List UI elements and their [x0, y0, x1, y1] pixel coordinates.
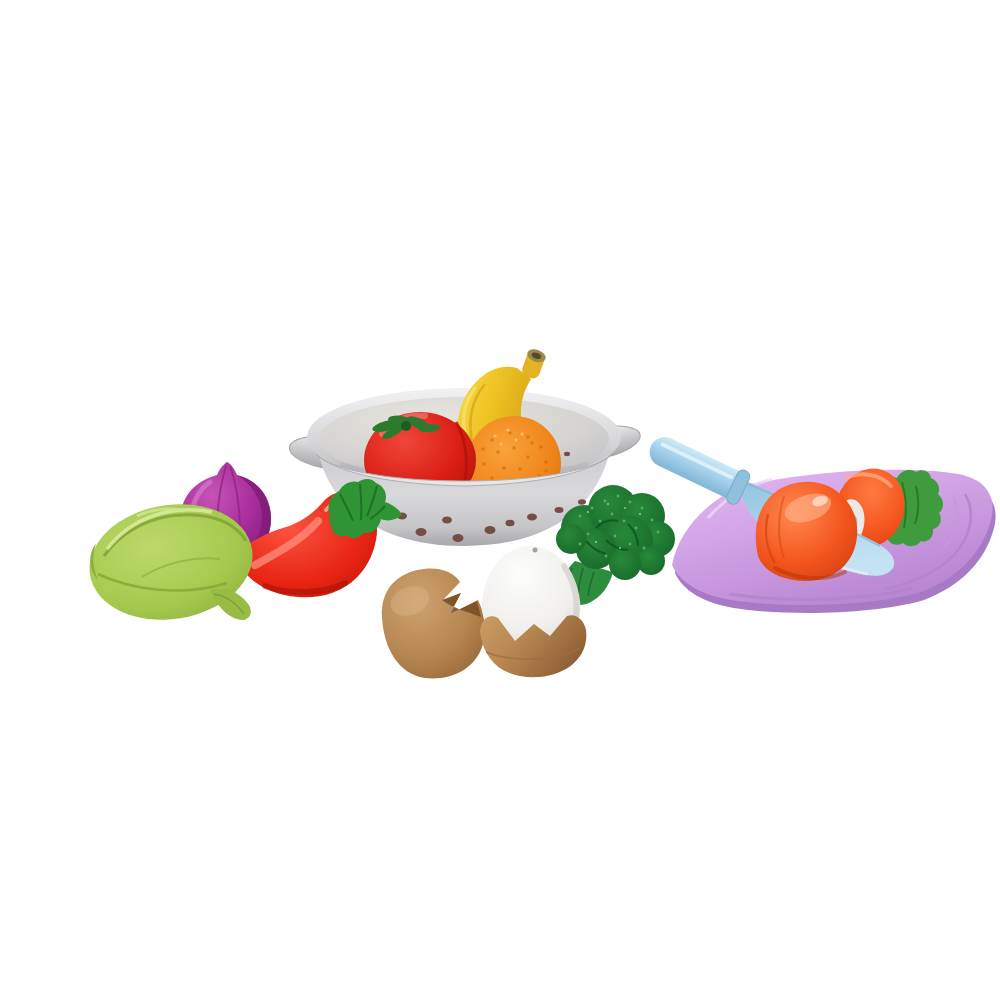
egg-top-dot: [533, 548, 538, 553]
toy-food-set-photo: [40, 16, 1000, 1000]
egg-in-shell: [480, 546, 586, 677]
eggshell-body: [382, 569, 485, 679]
eggshell-half: [382, 569, 485, 679]
carrot-front-piece: [756, 482, 857, 581]
colander-interior-hole: [564, 452, 570, 456]
scene-canvas: [40, 16, 1000, 1000]
knife-handle: [643, 429, 752, 506]
